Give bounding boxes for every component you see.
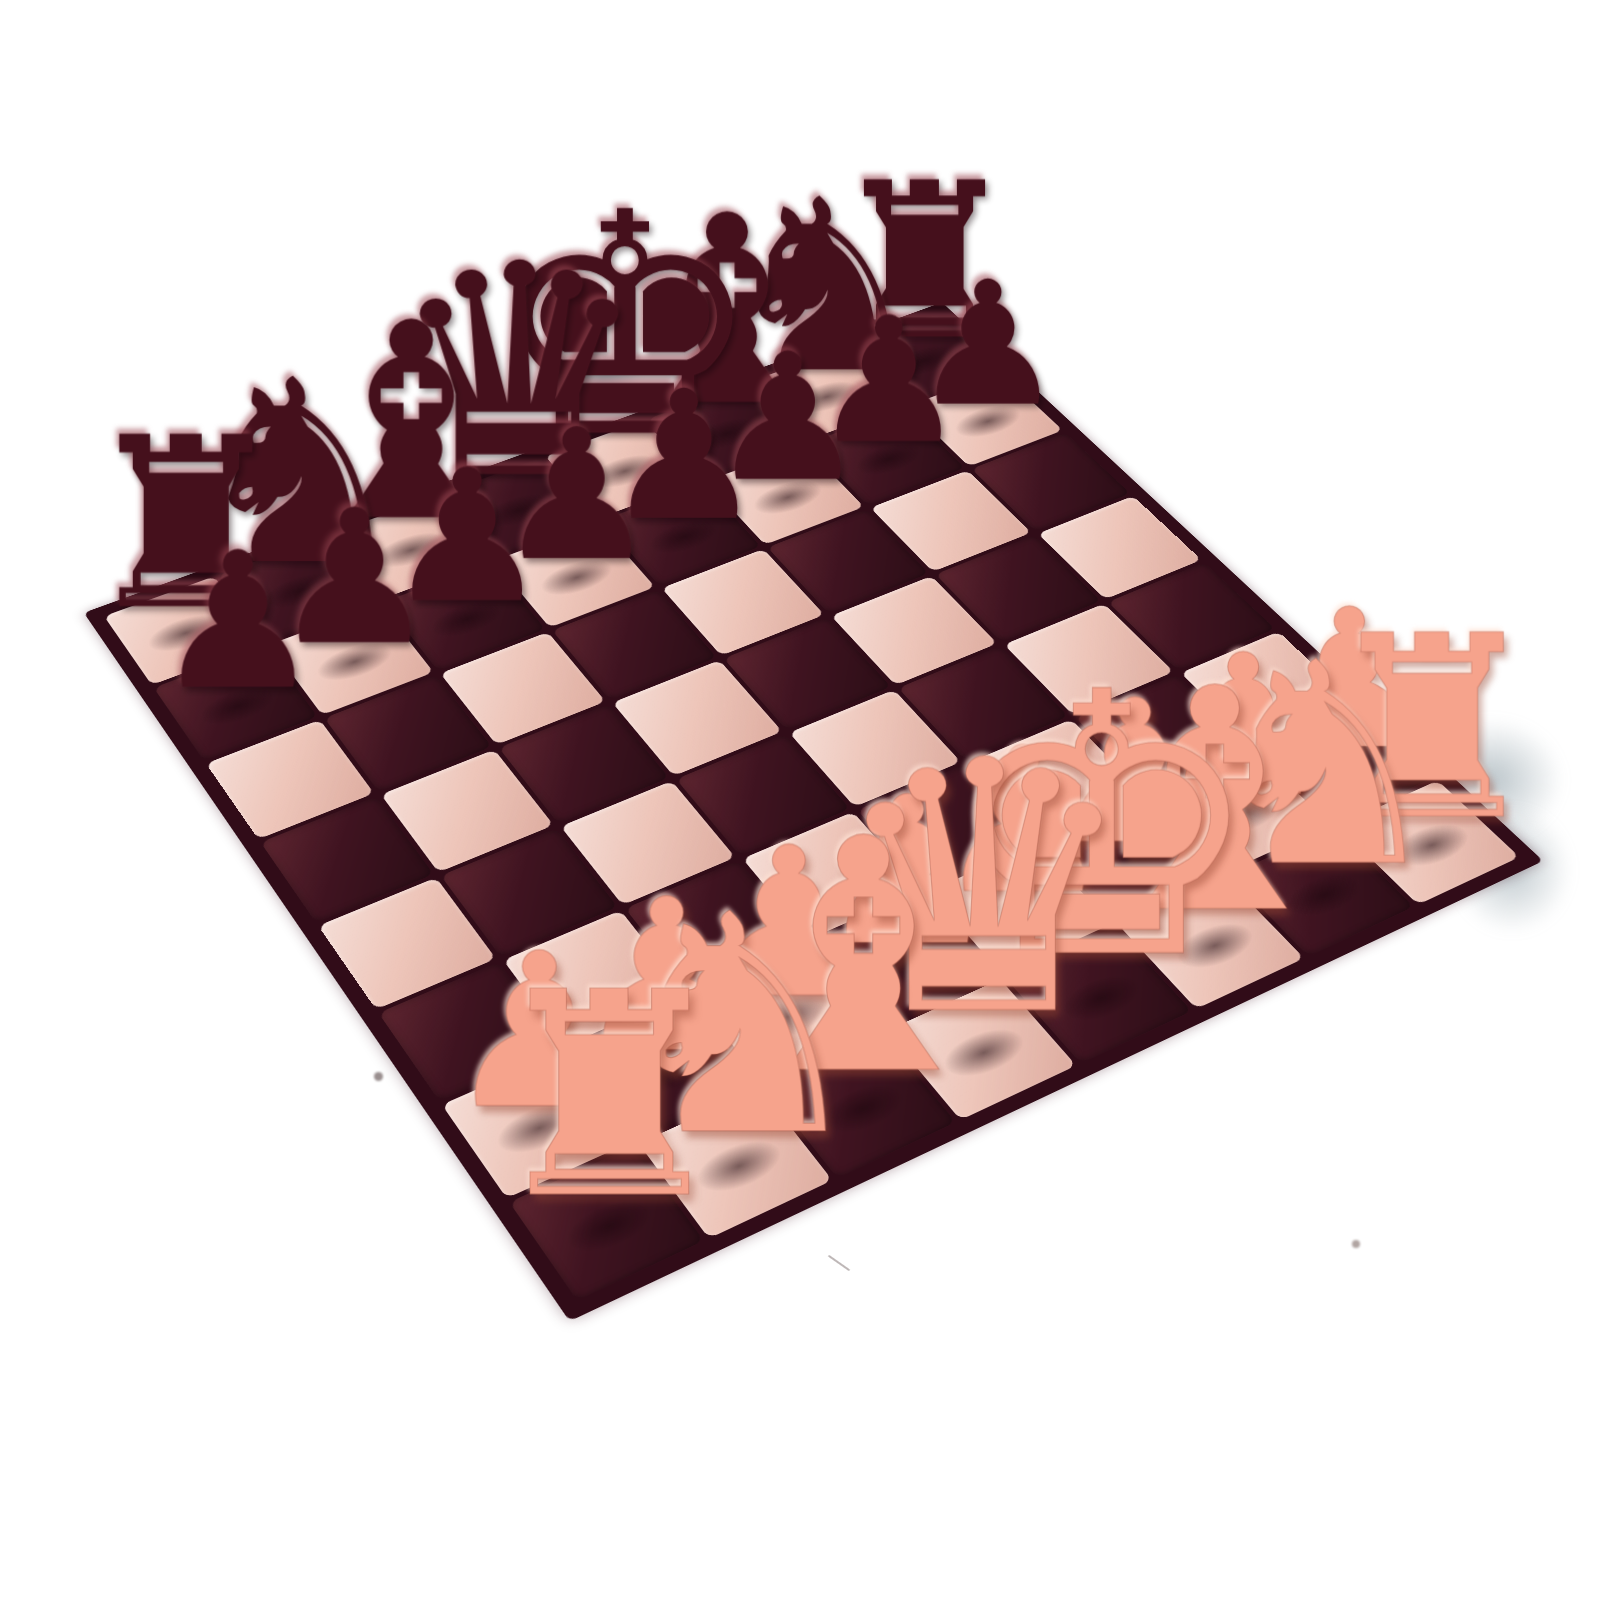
- square-a7[interactable]: ♟: [154, 646, 318, 760]
- square-a1[interactable]: ♜: [509, 1145, 704, 1300]
- board-tiles: ♜♞♝♛♚♝♞♜♟♟♟♟♟♟♟♟♟♟♟♟♟♟♟♟♜♞♝♛♚♝♞♜: [104, 314, 1519, 1301]
- hair-artifact: [828, 1255, 850, 1272]
- piece-white-rook-a1[interactable]: ♜: [483, 956, 736, 1238]
- board-perspective-wrapper: ♜♞♝♛♚♝♞♜♟♟♟♟♟♟♟♟♟♟♟♟♟♟♟♟♜♞♝♛♚♝♞♜: [270, 217, 1300, 1247]
- dust-speck-right: [1352, 1240, 1360, 1248]
- photo-stage: ♜♞♝♛♚♝♞♜♟♟♟♟♟♟♟♟♟♟♟♟♟♟♟♟♜♞♝♛♚♝♞♜: [0, 0, 1600, 1600]
- piece-black-pawn-a7[interactable]: ♟: [154, 527, 323, 715]
- chess-board: ♜♞♝♛♚♝♞♜♟♟♟♟♟♟♟♟♟♟♟♟♟♟♟♟♜♞♝♛♚♝♞♜: [84, 302, 1544, 1321]
